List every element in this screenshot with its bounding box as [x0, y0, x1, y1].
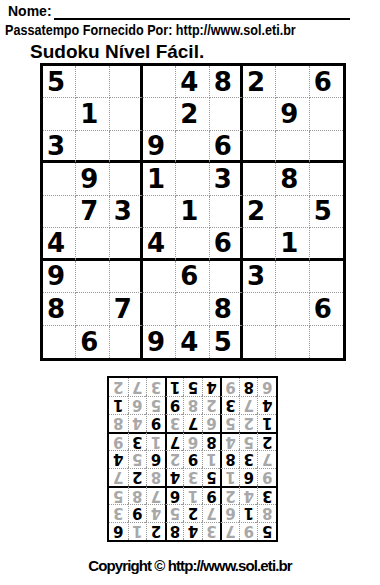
cell-r2c4 — [143, 98, 176, 130]
solution-cell-r5c4: 1 — [202, 450, 221, 468]
cell-r6c6: 6 — [210, 228, 243, 260]
solution-cell-r6c2: 5 — [239, 432, 258, 450]
solution-cell-r8c1: 4 — [257, 396, 276, 414]
solution-cell-r4c9: 7 — [109, 468, 128, 486]
solution-cell-r3c1: 3 — [257, 486, 276, 504]
cell-r9c6: 5 — [210, 326, 243, 358]
cell-r9c2: 6 — [76, 326, 109, 358]
cell-r3c6: 6 — [210, 131, 243, 163]
cell-r7c1: 9 — [43, 261, 76, 293]
cell-r1c5: 4 — [176, 66, 209, 98]
solution-cell-r2c1: 8 — [257, 504, 276, 522]
cell-r1c9: 6 — [310, 66, 343, 98]
solution-cell-r5c9: 4 — [109, 450, 128, 468]
cell-r3c4: 9 — [143, 131, 176, 163]
solution-cell-r3c4: 9 — [202, 486, 221, 504]
cell-r1c2 — [76, 66, 109, 98]
solution-cell-r1c6: 8 — [165, 522, 184, 540]
cell-r7c3 — [110, 261, 143, 293]
cell-r7c4 — [143, 261, 176, 293]
cell-r5c6 — [210, 196, 243, 228]
solution-cell-r6c3: 4 — [220, 432, 239, 450]
solution-cell-r9c4: 4 — [202, 378, 221, 396]
solution-cell-r1c4: 3 — [202, 522, 221, 540]
cell-r9c4: 9 — [143, 326, 176, 358]
cell-r4c2: 9 — [76, 163, 109, 195]
cell-r1c1: 5 — [43, 66, 76, 98]
cell-r5c4 — [143, 196, 176, 228]
solution-cell-r6c4: 8 — [202, 432, 221, 450]
cell-r2c8: 9 — [276, 98, 309, 130]
solution-cell-r7c8: 4 — [128, 414, 147, 432]
cell-r6c9 — [310, 228, 343, 260]
solution-cell-r5c2: 3 — [239, 450, 258, 468]
solution-cell-r5c6: 2 — [165, 450, 184, 468]
cell-r6c2 — [76, 228, 109, 260]
cell-r3c5 — [176, 131, 209, 163]
solution-cell-r7c5: 7 — [183, 414, 202, 432]
solution-cell-r1c9: 6 — [109, 522, 128, 540]
provider-text: Passatempo Fornecido Por: http://www.sol… — [5, 21, 296, 38]
solution-cell-r5c8: 5 — [128, 450, 147, 468]
cell-r8c1: 8 — [43, 293, 76, 325]
solution-cell-r2c5: 2 — [183, 504, 202, 522]
solution-cell-r4c5: 3 — [183, 468, 202, 486]
cell-r9c5: 4 — [176, 326, 209, 358]
cell-r2c2: 1 — [76, 98, 109, 130]
solution-cell-r5c3: 8 — [220, 450, 239, 468]
solution-cell-r2c8: 9 — [128, 504, 147, 522]
sudoku-worksheet: Nome: Passatempo Fornecido Por: http://w… — [0, 0, 380, 585]
cell-r9c3 — [110, 326, 143, 358]
solution-cell-r3c3: 2 — [220, 486, 239, 504]
solution-cell-r3c5: 1 — [183, 486, 202, 504]
solution-cell-r7c1: 1 — [257, 414, 276, 432]
solution-cell-r6c7: 1 — [146, 432, 165, 450]
solution-cell-r6c6: 7 — [165, 432, 184, 450]
cell-r1c7: 2 — [243, 66, 276, 98]
solution-cell-r3c2: 4 — [239, 486, 258, 504]
solution-cell-r7c2: 2 — [239, 414, 258, 432]
solution-cell-r3c8: 8 — [128, 486, 147, 504]
solution-cell-r9c8: 7 — [128, 378, 147, 396]
cell-r7c2 — [76, 261, 109, 293]
cell-r4c3 — [110, 163, 143, 195]
cell-r5c1 — [43, 196, 76, 228]
cell-r6c4: 4 — [143, 228, 176, 260]
solution-cell-r8c9: 1 — [109, 396, 128, 414]
solution-cell-r9c9: 2 — [109, 378, 128, 396]
solution-cell-r4c7: 8 — [146, 468, 165, 486]
cell-r9c7 — [243, 326, 276, 358]
solution-cell-r3c6: 6 — [165, 486, 184, 504]
solution-cell-r9c1: 6 — [257, 378, 276, 396]
cell-r8c5 — [176, 293, 209, 325]
solution-cell-r2c2: 1 — [239, 504, 258, 522]
cell-r5c9: 5 — [310, 196, 343, 228]
cell-r3c1: 3 — [43, 131, 76, 163]
solution-cell-r3c9: 5 — [109, 486, 128, 504]
cell-r5c3: 3 — [110, 196, 143, 228]
solution-cell-r8c7: 5 — [146, 396, 165, 414]
solution-cell-r1c8: 1 — [128, 522, 147, 540]
name-row: Nome: — [8, 3, 350, 20]
cell-r7c7: 3 — [243, 261, 276, 293]
cell-r9c1 — [43, 326, 76, 358]
solution-cell-r2c7: 4 — [146, 504, 165, 522]
cell-r4c9 — [310, 163, 343, 195]
cell-r3c3 — [110, 131, 143, 163]
cell-r4c6: 3 — [210, 163, 243, 195]
solution-cell-r6c5: 6 — [183, 432, 202, 450]
solution-cell-r4c4: 5 — [202, 468, 221, 486]
solution-cell-r9c5: 5 — [183, 378, 202, 396]
name-label: Nome: — [8, 3, 52, 20]
cell-r4c8: 8 — [276, 163, 309, 195]
solution-cell-r4c8: 2 — [128, 468, 147, 486]
solution-cell-r9c3: 9 — [220, 378, 239, 396]
solution-cell-r8c6: 9 — [165, 396, 184, 414]
cell-r2c5: 2 — [176, 98, 209, 130]
solution-cell-r8c8: 6 — [128, 396, 147, 414]
solution-cell-r1c1: 5 — [257, 522, 276, 540]
solution-cell-r5c7: 6 — [146, 450, 165, 468]
cell-r3c9 — [310, 131, 343, 163]
solution-cell-r8c5: 8 — [183, 396, 202, 414]
cell-r3c8 — [276, 131, 309, 163]
solution-cell-r7c9: 8 — [109, 414, 128, 432]
solution-cell-r6c8: 3 — [128, 432, 147, 450]
cell-r4c5 — [176, 163, 209, 195]
solution-cell-r6c9: 9 — [109, 432, 128, 450]
solution-cell-r8c2: 7 — [239, 396, 258, 414]
cell-r5c8 — [276, 196, 309, 228]
page-title: Sudoku Nível Fácil. — [30, 41, 204, 63]
solution-cell-r1c7: 2 — [146, 522, 165, 540]
cell-r8c4 — [143, 293, 176, 325]
cell-r4c4: 1 — [143, 163, 176, 195]
cell-r3c2 — [76, 131, 109, 163]
sudoku-solution-grid: 5973482168167254933429167859615348277381… — [107, 376, 278, 542]
cell-r6c5 — [176, 228, 209, 260]
solution-cell-r1c3: 7 — [220, 522, 239, 540]
cell-r2c6 — [210, 98, 243, 130]
solution-cell-r2c4: 7 — [202, 504, 221, 522]
solution-cell-r7c3: 5 — [220, 414, 239, 432]
cell-r8c9: 6 — [310, 293, 343, 325]
cell-r5c2: 7 — [76, 196, 109, 228]
cell-r5c5: 1 — [176, 196, 209, 228]
solution-cell-r2c9: 3 — [109, 504, 128, 522]
solution-cell-r5c1: 7 — [257, 450, 276, 468]
cell-r9c8 — [276, 326, 309, 358]
solution-cell-r9c7: 3 — [146, 378, 165, 396]
solution-cell-r3c7: 7 — [146, 486, 165, 504]
sudoku-puzzle-grid: 54826129396913873125446196387866945 — [40, 63, 346, 361]
cell-r1c4 — [143, 66, 176, 98]
solution-cell-r9c2: 8 — [239, 378, 258, 396]
cell-r2c9 — [310, 98, 343, 130]
solution-cell-r4c3: 1 — [220, 468, 239, 486]
solution-cell-r1c5: 4 — [183, 522, 202, 540]
cell-r1c3 — [110, 66, 143, 98]
cell-r6c1: 4 — [43, 228, 76, 260]
cell-r8c7 — [243, 293, 276, 325]
cell-r6c3 — [110, 228, 143, 260]
solution-cell-r7c7: 9 — [146, 414, 165, 432]
cell-r2c3 — [110, 98, 143, 130]
solution-cell-r2c6: 5 — [165, 504, 184, 522]
cell-r5c7: 2 — [243, 196, 276, 228]
solution-cell-r4c1: 9 — [257, 468, 276, 486]
cell-r6c7 — [243, 228, 276, 260]
solution-cell-r9c6: 1 — [165, 378, 184, 396]
cell-r4c1 — [43, 163, 76, 195]
cell-r8c3: 7 — [110, 293, 143, 325]
cell-r1c8 — [276, 66, 309, 98]
cell-r7c8 — [276, 261, 309, 293]
cell-r8c6: 8 — [210, 293, 243, 325]
solution-cell-r1c2: 9 — [239, 522, 258, 540]
cell-r9c9 — [310, 326, 343, 358]
solution-cell-r5c5: 9 — [183, 450, 202, 468]
cell-r4c7 — [243, 163, 276, 195]
cell-r7c9 — [310, 261, 343, 293]
cell-r8c8 — [276, 293, 309, 325]
copyright-text: Copyright © http://www.sol.eti.br — [0, 557, 380, 574]
solution-cell-r4c6: 4 — [165, 468, 184, 486]
solution-cell-r8c3: 3 — [220, 396, 239, 414]
cell-r7c5: 6 — [176, 261, 209, 293]
solution-cell-r7c4: 6 — [202, 414, 221, 432]
cell-r1c6: 8 — [210, 66, 243, 98]
solution-cell-r6c1: 2 — [257, 432, 276, 450]
name-blank-line — [54, 3, 350, 20]
solution-cell-r7c6: 3 — [165, 414, 184, 432]
solution-cell-r8c4: 2 — [202, 396, 221, 414]
cell-r6c8: 1 — [276, 228, 309, 260]
solution-cell-r2c3: 6 — [220, 504, 239, 522]
cell-r2c7 — [243, 98, 276, 130]
cell-r8c2 — [76, 293, 109, 325]
solution-cell-r4c2: 6 — [239, 468, 258, 486]
cell-r3c7 — [243, 131, 276, 163]
cell-r2c1 — [43, 98, 76, 130]
cell-r7c6 — [210, 261, 243, 293]
